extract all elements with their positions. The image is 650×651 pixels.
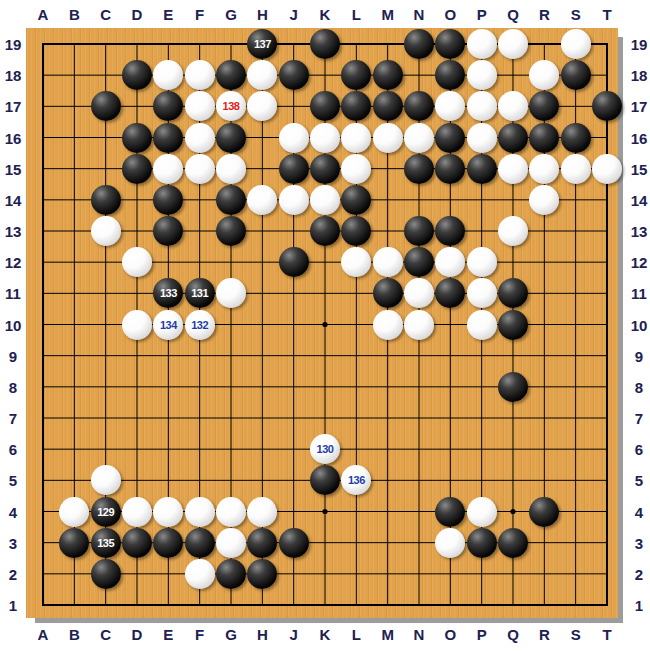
stone-white-K6: 130: [310, 434, 340, 464]
stone-white-C13: [91, 216, 121, 246]
stone-black-P3: [467, 528, 497, 558]
coord-label-right-7: 7: [635, 410, 643, 427]
coord-label-left-6: 6: [9, 441, 17, 458]
coord-label-bottom-E: E: [163, 626, 173, 643]
stone-black-K15: [310, 154, 340, 184]
stone-white-C5: [91, 465, 121, 495]
coord-label-right-12: 12: [631, 254, 648, 271]
coord-label-top-N: N: [414, 6, 425, 23]
stone-black-R16: [529, 123, 559, 153]
stone-black-N19: [404, 29, 434, 59]
stone-white-N10: [404, 310, 434, 340]
stone-black-K19: [310, 29, 340, 59]
coord-label-right-13: 13: [631, 223, 648, 240]
stone-white-H14: [247, 185, 277, 215]
coord-label-top-L: L: [352, 6, 361, 23]
coord-label-right-10: 10: [631, 316, 648, 333]
stone-black-M11: [373, 278, 403, 308]
stone-white-S15: [561, 154, 591, 184]
coord-label-left-16: 16: [5, 129, 22, 146]
stone-black-D16: [122, 123, 152, 153]
coord-label-left-9: 9: [9, 347, 17, 364]
stone-black-M18: [373, 60, 403, 90]
stone-white-G4: [216, 497, 246, 527]
coord-label-right-9: 9: [635, 347, 643, 364]
stone-black-N13: [404, 216, 434, 246]
coord-label-top-H: H: [257, 6, 268, 23]
stone-white-D4: [122, 497, 152, 527]
stone-white-R14: [529, 185, 559, 215]
stone-white-Q19: [498, 29, 528, 59]
stone-black-C17: [91, 91, 121, 121]
coord-label-right-3: 3: [635, 534, 643, 551]
coord-label-left-15: 15: [5, 160, 22, 177]
stone-black-P15: [467, 154, 497, 184]
stone-black-E3: [153, 528, 183, 558]
coord-label-top-F: F: [195, 6, 204, 23]
coord-label-top-M: M: [381, 6, 394, 23]
stone-black-O4: [435, 497, 465, 527]
coord-label-left-7: 7: [9, 410, 17, 427]
stone-white-G3: [216, 528, 246, 558]
stone-white-P4: [467, 497, 497, 527]
coord-label-top-O: O: [444, 6, 456, 23]
coord-label-bottom-H: H: [257, 626, 268, 643]
coord-label-top-A: A: [38, 6, 49, 23]
stone-white-F10: 132: [185, 310, 215, 340]
coord-label-bottom-F: F: [195, 626, 204, 643]
stone-black-B3: [59, 528, 89, 558]
stone-white-E4: [153, 497, 183, 527]
coord-label-bottom-P: P: [477, 626, 487, 643]
coord-label-bottom-J: J: [289, 626, 297, 643]
stone-black-N12: [404, 247, 434, 277]
coord-label-right-6: 6: [635, 441, 643, 458]
coord-label-right-5: 5: [635, 472, 643, 489]
stone-white-K16: [310, 123, 340, 153]
coord-label-bottom-T: T: [602, 626, 611, 643]
stone-black-Q10: [498, 310, 528, 340]
stone-white-P11: [467, 278, 497, 308]
stone-black-J15: [279, 154, 309, 184]
coord-label-right-2: 2: [635, 565, 643, 582]
coord-label-bottom-N: N: [414, 626, 425, 643]
stone-black-C14: [91, 185, 121, 215]
stone-white-F2: [185, 559, 215, 589]
stone-black-C4: 129: [91, 497, 121, 527]
stone-white-E15: [153, 154, 183, 184]
move-number-138: 138: [223, 100, 240, 112]
coord-label-top-K: K: [320, 6, 331, 23]
coord-label-right-4: 4: [635, 503, 643, 520]
stone-black-D3: [122, 528, 152, 558]
coord-label-top-B: B: [69, 6, 80, 23]
stone-white-H4: [247, 497, 277, 527]
stone-black-O16: [435, 123, 465, 153]
coord-label-top-S: S: [571, 6, 581, 23]
stone-black-G16: [216, 123, 246, 153]
stone-white-F16: [185, 123, 215, 153]
stone-white-P12: [467, 247, 497, 277]
stone-black-C2: [91, 559, 121, 589]
stone-black-Q16: [498, 123, 528, 153]
coord-label-left-11: 11: [5, 285, 21, 302]
stone-black-F3: [185, 528, 215, 558]
coord-label-left-4: 4: [9, 503, 17, 520]
stone-black-G18: [216, 60, 246, 90]
coord-label-left-14: 14: [5, 191, 22, 208]
coord-label-bottom-C: C: [100, 626, 111, 643]
stone-white-D10: [122, 310, 152, 340]
move-number-135: 135: [97, 537, 114, 549]
coord-label-bottom-L: L: [352, 626, 361, 643]
coord-label-top-R: R: [539, 6, 550, 23]
stone-white-D12: [122, 247, 152, 277]
move-number-136: 136: [348, 474, 365, 486]
stone-white-Q15: [498, 154, 528, 184]
stone-black-L14: [341, 185, 371, 215]
stone-white-J14: [279, 185, 309, 215]
stone-white-E10: 134: [153, 310, 183, 340]
coord-label-left-10: 10: [5, 316, 22, 333]
coord-label-right-14: 14: [631, 191, 648, 208]
coord-label-left-3: 3: [9, 534, 17, 551]
coord-label-right-11: 11: [631, 285, 647, 302]
coord-label-top-E: E: [163, 6, 173, 23]
stone-black-S18: [561, 60, 591, 90]
go-game-diagram: AABBCCDDEEFFGGHHJJKKLLMMNNOOPPQQRRSSTT19…: [0, 0, 650, 651]
stone-black-Q3: [498, 528, 528, 558]
coord-label-top-C: C: [100, 6, 111, 23]
stone-black-R4: [529, 497, 559, 527]
coord-label-top-P: P: [477, 6, 487, 23]
move-number-132: 132: [191, 319, 208, 331]
coord-label-bottom-Q: Q: [507, 626, 519, 643]
stone-white-R15: [529, 154, 559, 184]
coord-label-bottom-A: A: [38, 626, 49, 643]
stone-white-P16: [467, 123, 497, 153]
coord-label-left-19: 19: [5, 36, 22, 53]
stone-black-H2: [247, 559, 277, 589]
coord-label-top-Q: Q: [507, 6, 519, 23]
coord-label-left-8: 8: [9, 378, 17, 395]
stone-black-D18: [122, 60, 152, 90]
coord-label-bottom-D: D: [132, 626, 143, 643]
stone-black-K13: [310, 216, 340, 246]
coord-label-right-19: 19: [631, 36, 648, 53]
coord-label-bottom-B: B: [69, 626, 80, 643]
stone-black-E16: [153, 123, 183, 153]
coord-label-left-18: 18: [5, 67, 22, 84]
stone-white-M12: [373, 247, 403, 277]
stone-white-P19: [467, 29, 497, 59]
coord-label-bottom-G: G: [225, 626, 237, 643]
stone-black-O15: [435, 154, 465, 184]
coord-label-right-1: 1: [635, 597, 643, 614]
coord-label-left-2: 2: [9, 565, 17, 582]
stone-black-N15: [404, 154, 434, 184]
coord-label-right-18: 18: [631, 67, 648, 84]
stone-white-S19: [561, 29, 591, 59]
stone-white-M10: [373, 310, 403, 340]
move-number-133: 133: [160, 287, 177, 299]
coord-label-left-13: 13: [5, 223, 22, 240]
stone-black-Q8: [498, 372, 528, 402]
stone-black-M17: [373, 91, 403, 121]
stone-white-Q13: [498, 216, 528, 246]
stone-black-G14: [216, 185, 246, 215]
coord-label-bottom-O: O: [444, 626, 456, 643]
stone-black-D15: [122, 154, 152, 184]
move-number-129: 129: [97, 506, 114, 518]
coord-label-top-G: G: [225, 6, 237, 23]
stone-black-J12: [279, 247, 309, 277]
stone-white-G15: [216, 154, 246, 184]
stone-black-J3: [279, 528, 309, 558]
move-number-131: 131: [191, 287, 208, 299]
stone-white-F4: [185, 497, 215, 527]
coord-label-bottom-M: M: [381, 626, 394, 643]
coord-label-bottom-K: K: [320, 626, 331, 643]
move-number-134: 134: [160, 319, 177, 331]
coord-label-left-17: 17: [5, 98, 22, 115]
stone-white-N16: [404, 123, 434, 153]
coord-label-right-8: 8: [635, 378, 643, 395]
stone-white-L15: [341, 154, 371, 184]
stone-white-O3: [435, 528, 465, 558]
stone-white-B4: [59, 497, 89, 527]
coord-label-right-17: 17: [631, 98, 648, 115]
stone-black-F11: 131: [185, 278, 215, 308]
stone-white-J16: [279, 123, 309, 153]
stone-white-K14: [310, 185, 340, 215]
move-number-137: 137: [254, 38, 271, 50]
stone-white-F18: [185, 60, 215, 90]
stone-black-C3: 135: [91, 528, 121, 558]
move-number-130: 130: [317, 443, 334, 455]
stone-white-F15: [185, 154, 215, 184]
coord-label-left-12: 12: [5, 254, 22, 271]
coord-label-left-1: 1: [9, 597, 17, 614]
coord-label-top-D: D: [132, 6, 143, 23]
coord-label-top-T: T: [602, 6, 611, 23]
stone-white-F17: [185, 91, 215, 121]
coord-label-left-5: 5: [9, 472, 17, 489]
coord-label-top-J: J: [289, 6, 297, 23]
stone-black-G13: [216, 216, 246, 246]
stone-white-P10: [467, 310, 497, 340]
coord-label-right-15: 15: [631, 160, 648, 177]
stone-black-S16: [561, 123, 591, 153]
stone-white-T15: [592, 154, 622, 184]
stone-black-H3: [247, 528, 277, 558]
stone-white-M16: [373, 123, 403, 153]
coord-label-right-16: 16: [631, 129, 648, 146]
stone-white-P17: [467, 91, 497, 121]
stone-black-G2: [216, 559, 246, 589]
coord-label-bottom-S: S: [571, 626, 581, 643]
coord-label-bottom-R: R: [539, 626, 550, 643]
stone-white-P18: [467, 60, 497, 90]
stone-black-E14: [153, 185, 183, 215]
stone-black-J18: [279, 60, 309, 90]
stone-white-L16: [341, 123, 371, 153]
